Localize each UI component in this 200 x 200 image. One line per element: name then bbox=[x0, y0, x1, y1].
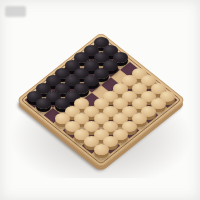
product-photo-scene bbox=[0, 0, 200, 200]
black-checker-r7c1[interactable] bbox=[36, 98, 51, 109]
wood-checker-r7c7[interactable] bbox=[94, 144, 109, 155]
pieces-layer bbox=[0, 0, 200, 200]
